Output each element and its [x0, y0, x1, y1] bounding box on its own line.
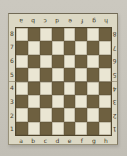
- file-label-bottom-h: h: [100, 138, 112, 144]
- square-e4[interactable]: [64, 82, 76, 95]
- square-a1[interactable]: [16, 122, 28, 135]
- square-d8[interactable]: [52, 28, 64, 41]
- square-f8[interactable]: [75, 28, 87, 41]
- square-c7[interactable]: [40, 41, 52, 54]
- square-e1[interactable]: [64, 122, 76, 135]
- rank-label-right-3: 3: [112, 95, 117, 109]
- square-c8[interactable]: [40, 28, 52, 41]
- square-g2[interactable]: [87, 108, 99, 121]
- square-h1[interactable]: [99, 122, 111, 135]
- file-label-bottom-c: c: [39, 138, 51, 144]
- square-e8[interactable]: [64, 28, 76, 41]
- chessboard: abcdefgh abcdefgh 87654321 87654321: [8, 13, 118, 145]
- file-label-top-c: c: [39, 18, 51, 24]
- square-b4[interactable]: [28, 82, 40, 95]
- square-d4[interactable]: [52, 82, 64, 95]
- file-label-bottom-d: d: [51, 138, 63, 144]
- square-h8[interactable]: [99, 28, 111, 41]
- square-e7[interactable]: [64, 41, 76, 54]
- square-g3[interactable]: [87, 95, 99, 108]
- square-c1[interactable]: [40, 122, 52, 135]
- file-labels-top: abcdefgh: [15, 15, 112, 26]
- square-h7[interactable]: [99, 41, 111, 54]
- file-labels-bottom: abcdefgh: [15, 136, 112, 145]
- square-a4[interactable]: [16, 82, 28, 95]
- square-g1[interactable]: [87, 122, 99, 135]
- file-label-top-f: f: [76, 18, 88, 24]
- square-d6[interactable]: [52, 55, 64, 68]
- square-b8[interactable]: [28, 28, 40, 41]
- rank-label-right-4: 4: [112, 82, 117, 96]
- rank-label-right-5: 5: [112, 68, 117, 82]
- square-g5[interactable]: [87, 68, 99, 81]
- rank-label-left-1: 1: [9, 122, 15, 136]
- rank-label-right-2: 2: [112, 109, 117, 123]
- square-b1[interactable]: [28, 122, 40, 135]
- square-f4[interactable]: [75, 82, 87, 95]
- square-c2[interactable]: [40, 108, 52, 121]
- square-f5[interactable]: [75, 68, 87, 81]
- file-label-bottom-g: g: [88, 138, 100, 144]
- square-h4[interactable]: [99, 82, 111, 95]
- rank-labels-right: 87654321: [112, 27, 117, 136]
- square-d3[interactable]: [52, 95, 64, 108]
- square-c3[interactable]: [40, 95, 52, 108]
- rank-label-left-7: 7: [9, 41, 15, 55]
- square-b2[interactable]: [28, 108, 40, 121]
- square-g7[interactable]: [87, 41, 99, 54]
- square-e6[interactable]: [64, 55, 76, 68]
- square-b7[interactable]: [28, 41, 40, 54]
- file-label-top-e: e: [64, 18, 76, 24]
- rank-label-left-2: 2: [9, 109, 15, 123]
- square-f1[interactable]: [75, 122, 87, 135]
- square-a6[interactable]: [16, 55, 28, 68]
- file-label-top-g: g: [88, 18, 100, 24]
- rank-labels-left: 87654321: [9, 27, 15, 136]
- square-h6[interactable]: [99, 55, 111, 68]
- square-c5[interactable]: [40, 68, 52, 81]
- square-d1[interactable]: [52, 122, 64, 135]
- rank-label-right-6: 6: [112, 54, 117, 68]
- square-f7[interactable]: [75, 41, 87, 54]
- file-label-top-b: b: [27, 18, 39, 24]
- rank-label-left-8: 8: [9, 27, 15, 41]
- file-label-top-a: a: [15, 18, 27, 24]
- square-b3[interactable]: [28, 95, 40, 108]
- square-b5[interactable]: [28, 68, 40, 81]
- file-label-bottom-e: e: [64, 138, 76, 144]
- rank-label-left-5: 5: [9, 68, 15, 82]
- square-a5[interactable]: [16, 68, 28, 81]
- square-c4[interactable]: [40, 82, 52, 95]
- square-a7[interactable]: [16, 41, 28, 54]
- file-label-bottom-a: a: [15, 138, 27, 144]
- square-h2[interactable]: [99, 108, 111, 121]
- file-label-bottom-f: f: [76, 138, 88, 144]
- square-f3[interactable]: [75, 95, 87, 108]
- square-g4[interactable]: [87, 82, 99, 95]
- square-a8[interactable]: [16, 28, 28, 41]
- rank-label-left-3: 3: [9, 95, 15, 109]
- square-h3[interactable]: [99, 95, 111, 108]
- square-b6[interactable]: [28, 55, 40, 68]
- square-e3[interactable]: [64, 95, 76, 108]
- square-d5[interactable]: [52, 68, 64, 81]
- square-d2[interactable]: [52, 108, 64, 121]
- square-f2[interactable]: [75, 108, 87, 121]
- square-h5[interactable]: [99, 68, 111, 81]
- photo-background: abcdefgh abcdefgh 87654321 87654321: [0, 0, 127, 156]
- rank-label-right-1: 1: [112, 122, 117, 136]
- rank-label-right-7: 7: [112, 41, 117, 55]
- square-e2[interactable]: [64, 108, 76, 121]
- square-f6[interactable]: [75, 55, 87, 68]
- file-label-top-h: h: [100, 18, 112, 24]
- fold-seam-line: [9, 81, 117, 82]
- file-label-bottom-b: b: [27, 138, 39, 144]
- square-d7[interactable]: [52, 41, 64, 54]
- rank-label-right-8: 8: [112, 27, 117, 41]
- square-g8[interactable]: [87, 28, 99, 41]
- square-e5[interactable]: [64, 68, 76, 81]
- square-c6[interactable]: [40, 55, 52, 68]
- file-label-top-d: d: [51, 18, 63, 24]
- rank-label-left-4: 4: [9, 82, 15, 96]
- square-a3[interactable]: [16, 95, 28, 108]
- rank-label-left-6: 6: [9, 54, 15, 68]
- square-g6[interactable]: [87, 55, 99, 68]
- square-a2[interactable]: [16, 108, 28, 121]
